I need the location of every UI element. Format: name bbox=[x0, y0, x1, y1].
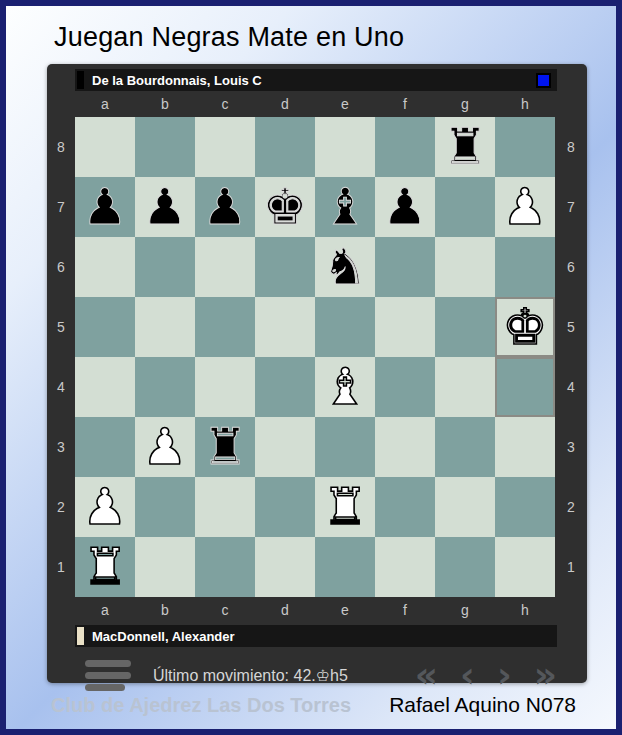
square-c3[interactable]: ♜ bbox=[195, 417, 255, 477]
square-f2[interactable] bbox=[375, 477, 435, 537]
square-f6[interactable] bbox=[375, 237, 435, 297]
white-player-bar: MacDonnell, Alexander bbox=[75, 625, 557, 647]
file-label-c: c bbox=[195, 96, 255, 112]
square-b2[interactable] bbox=[135, 477, 195, 537]
black-rook-piece: ♜ bbox=[195, 417, 255, 477]
file-label-c: c bbox=[195, 602, 255, 618]
black-pawn-piece: ♟ bbox=[135, 177, 195, 237]
square-c1[interactable] bbox=[195, 537, 255, 597]
square-g5[interactable] bbox=[435, 297, 495, 357]
square-a7[interactable]: ♟ bbox=[75, 177, 135, 237]
first-move-button[interactable]: « bbox=[415, 657, 438, 693]
square-f3[interactable] bbox=[375, 417, 435, 477]
white-rook-piece: ♜ bbox=[75, 537, 135, 597]
white-pawn-piece: ♟ bbox=[495, 177, 555, 237]
square-c2[interactable] bbox=[195, 477, 255, 537]
rank-label-4: 4 bbox=[47, 357, 75, 417]
square-c8[interactable] bbox=[195, 117, 255, 177]
square-e8[interactable] bbox=[315, 117, 375, 177]
chess-board: ♜♟♟♟♚♝♟♟♞♚♝♟♜♟♜♜ bbox=[75, 117, 555, 597]
square-a5[interactable] bbox=[75, 297, 135, 357]
square-a4[interactable] bbox=[75, 357, 135, 417]
file-label-h: h bbox=[495, 96, 555, 112]
menu-hamburger-icon[interactable] bbox=[85, 660, 131, 691]
square-d7[interactable]: ♚ bbox=[255, 177, 315, 237]
file-label-b: b bbox=[135, 602, 195, 618]
file-label-g: g bbox=[435, 602, 495, 618]
controls-row: Último movimiento: 42.♔h5 «‹›» bbox=[85, 656, 557, 694]
file-label-e: e bbox=[315, 96, 375, 112]
white-pawn-piece: ♟ bbox=[75, 477, 135, 537]
rank-label-6: 6 bbox=[555, 237, 587, 297]
rank-labels-right: 87654321 bbox=[555, 117, 587, 597]
black-pawn-piece: ♟ bbox=[195, 177, 255, 237]
black-pawn-piece: ♟ bbox=[375, 177, 435, 237]
move-navigation: «‹›» bbox=[415, 657, 557, 693]
square-d5[interactable] bbox=[255, 297, 315, 357]
square-e3[interactable] bbox=[315, 417, 375, 477]
square-a8[interactable] bbox=[75, 117, 135, 177]
side-to-move-indicator bbox=[536, 73, 551, 88]
rank-label-8: 8 bbox=[555, 117, 587, 177]
square-c7[interactable]: ♟ bbox=[195, 177, 255, 237]
file-label-d: d bbox=[255, 602, 315, 618]
square-g8[interactable]: ♜ bbox=[435, 117, 495, 177]
square-g3[interactable] bbox=[435, 417, 495, 477]
file-label-a: a bbox=[75, 96, 135, 112]
square-a6[interactable] bbox=[75, 237, 135, 297]
club-watermark: Club de Ajedrez Las Dos Torres bbox=[51, 694, 351, 717]
square-d2[interactable] bbox=[255, 477, 315, 537]
square-a1[interactable]: ♜ bbox=[75, 537, 135, 597]
rank-label-8: 8 bbox=[47, 117, 75, 177]
white-bishop-piece: ♝ bbox=[315, 357, 375, 417]
square-h1[interactable] bbox=[495, 537, 555, 597]
square-c5[interactable] bbox=[195, 297, 255, 357]
last-move-button[interactable]: » bbox=[534, 657, 557, 693]
square-f1[interactable] bbox=[375, 537, 435, 597]
square-h6[interactable] bbox=[495, 237, 555, 297]
black-king-piece: ♚ bbox=[255, 177, 315, 237]
square-b4[interactable] bbox=[135, 357, 195, 417]
square-e6[interactable]: ♞ bbox=[315, 237, 375, 297]
square-g6[interactable] bbox=[435, 237, 495, 297]
square-f4[interactable] bbox=[375, 357, 435, 417]
rank-label-2: 2 bbox=[555, 477, 587, 537]
previous-move-button[interactable]: ‹ bbox=[460, 657, 475, 693]
rank-label-3: 3 bbox=[47, 417, 75, 477]
rank-label-2: 2 bbox=[47, 477, 75, 537]
white-color-chip-icon bbox=[77, 627, 84, 645]
rank-label-1: 1 bbox=[47, 537, 75, 597]
square-e2[interactable]: ♜ bbox=[315, 477, 375, 537]
square-c4[interactable] bbox=[195, 357, 255, 417]
author-credit: Rafael Aquino N078 bbox=[389, 693, 576, 717]
square-e7[interactable]: ♝ bbox=[315, 177, 375, 237]
square-f8[interactable] bbox=[375, 117, 435, 177]
square-a3[interactable] bbox=[75, 417, 135, 477]
footer: Club de Ajedrez Las Dos Torres Rafael Aq… bbox=[51, 693, 576, 717]
white-pawn-piece: ♟ bbox=[135, 417, 195, 477]
square-b8[interactable] bbox=[135, 117, 195, 177]
square-e1[interactable] bbox=[315, 537, 375, 597]
square-h8[interactable] bbox=[495, 117, 555, 177]
square-b6[interactable] bbox=[135, 237, 195, 297]
square-d8[interactable] bbox=[255, 117, 315, 177]
black-color-chip-icon bbox=[77, 71, 84, 89]
file-labels-top: abcdefgh bbox=[47, 91, 587, 117]
square-b7[interactable]: ♟ bbox=[135, 177, 195, 237]
black-bishop-piece: ♝ bbox=[315, 177, 375, 237]
square-d4[interactable] bbox=[255, 357, 315, 417]
square-f7[interactable]: ♟ bbox=[375, 177, 435, 237]
square-e5[interactable] bbox=[315, 297, 375, 357]
rank-label-1: 1 bbox=[555, 537, 587, 597]
square-g2[interactable] bbox=[435, 477, 495, 537]
rank-label-4: 4 bbox=[555, 357, 587, 417]
rank-label-6: 6 bbox=[47, 237, 75, 297]
chess-app-panel: De la Bourdonnais, Louis C abcdefgh 8765… bbox=[47, 64, 587, 683]
black-player-bar: De la Bourdonnais, Louis C bbox=[75, 69, 557, 91]
square-b1[interactable] bbox=[135, 537, 195, 597]
square-c6[interactable] bbox=[195, 237, 255, 297]
white-king-piece: ♚ bbox=[495, 297, 555, 357]
square-h4[interactable] bbox=[495, 357, 555, 417]
file-labels-bottom: abcdefgh bbox=[47, 597, 587, 623]
file-label-h: h bbox=[495, 602, 555, 618]
file-label-g: g bbox=[435, 96, 495, 112]
white-rook-piece: ♜ bbox=[315, 477, 375, 537]
file-label-f: f bbox=[375, 96, 435, 112]
rank-label-5: 5 bbox=[555, 297, 587, 357]
square-a2[interactable]: ♟ bbox=[75, 477, 135, 537]
square-g1[interactable] bbox=[435, 537, 495, 597]
white-player-name: MacDonnell, Alexander bbox=[92, 629, 235, 644]
square-h5[interactable]: ♚ bbox=[495, 297, 555, 357]
square-d1[interactable] bbox=[255, 537, 315, 597]
file-label-d: d bbox=[255, 96, 315, 112]
next-move-button[interactable]: › bbox=[497, 657, 512, 693]
rank-labels-left: 87654321 bbox=[47, 117, 75, 597]
square-d3[interactable] bbox=[255, 417, 315, 477]
square-f5[interactable] bbox=[375, 297, 435, 357]
black-knight-piece: ♞ bbox=[315, 237, 375, 297]
square-b5[interactable] bbox=[135, 297, 195, 357]
rank-label-3: 3 bbox=[555, 417, 587, 477]
file-label-f: f bbox=[375, 602, 435, 618]
rank-label-7: 7 bbox=[555, 177, 587, 237]
square-g7[interactable] bbox=[435, 177, 495, 237]
square-b3[interactable]: ♟ bbox=[135, 417, 195, 477]
last-move-label: Último movimiento: 42.♔h5 bbox=[153, 666, 348, 685]
file-label-e: e bbox=[315, 602, 375, 618]
file-label-b: b bbox=[135, 96, 195, 112]
rank-label-7: 7 bbox=[47, 177, 75, 237]
square-h3[interactable] bbox=[495, 417, 555, 477]
file-label-a: a bbox=[75, 602, 135, 618]
black-player-name: De la Bourdonnais, Louis C bbox=[92, 73, 262, 88]
square-d6[interactable] bbox=[255, 237, 315, 297]
square-e4[interactable]: ♝ bbox=[315, 357, 375, 417]
black-rook-piece: ♜ bbox=[435, 117, 495, 177]
rank-label-5: 5 bbox=[47, 297, 75, 357]
square-g4[interactable] bbox=[435, 357, 495, 417]
square-h2[interactable] bbox=[495, 477, 555, 537]
square-h7[interactable]: ♟ bbox=[495, 177, 555, 237]
black-pawn-piece: ♟ bbox=[75, 177, 135, 237]
page-title: Juegan Negras Mate en Uno bbox=[54, 22, 404, 53]
